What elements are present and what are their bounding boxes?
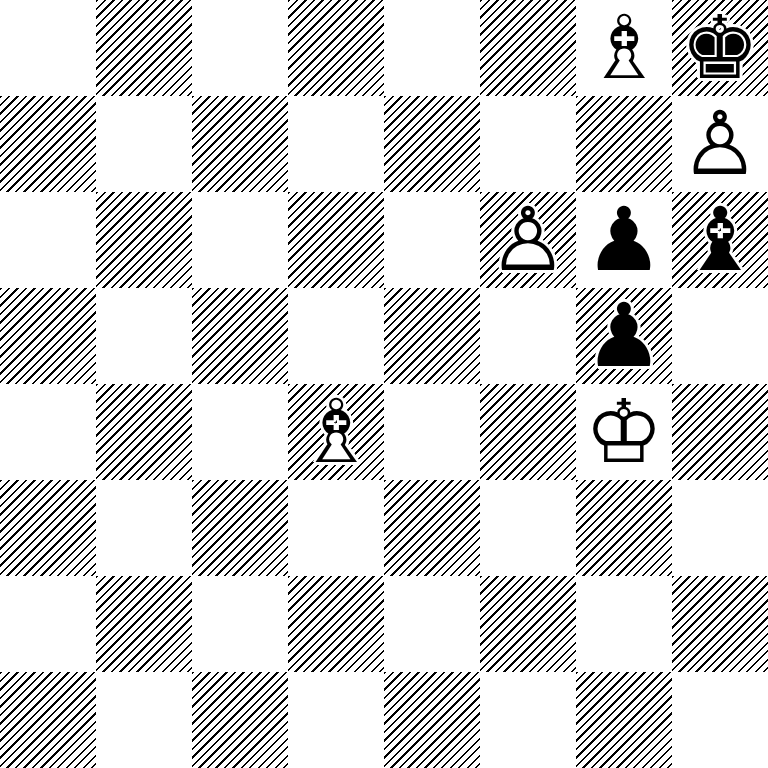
chess-board: ♝♗♚♚♟♙♟♙♟♟♝♝♟♟♝♗♚♔ bbox=[0, 0, 768, 768]
square-g8[interactable]: ♝♗ bbox=[576, 0, 672, 96]
piece-outline-layer: ♙ bbox=[480, 192, 576, 288]
square-e8[interactable] bbox=[384, 0, 480, 96]
square-a4[interactable] bbox=[0, 384, 96, 480]
piece-outline-layer: ♗ bbox=[576, 0, 672, 96]
square-h7[interactable]: ♟♙ bbox=[672, 96, 768, 192]
square-f8[interactable] bbox=[480, 0, 576, 96]
square-b6[interactable] bbox=[96, 192, 192, 288]
square-d6[interactable] bbox=[288, 192, 384, 288]
square-a5[interactable] bbox=[0, 288, 96, 384]
square-f3[interactable] bbox=[480, 480, 576, 576]
white-bishop[interactable]: ♝♗ bbox=[576, 0, 672, 96]
square-h4[interactable] bbox=[672, 384, 768, 480]
square-c3[interactable] bbox=[192, 480, 288, 576]
square-c2[interactable] bbox=[192, 576, 288, 672]
black-bishop[interactable]: ♝♝ bbox=[672, 192, 768, 288]
square-e3[interactable] bbox=[384, 480, 480, 576]
square-d7[interactable] bbox=[288, 96, 384, 192]
square-b4[interactable] bbox=[96, 384, 192, 480]
piece-outline-layer: ♝ bbox=[672, 192, 768, 288]
square-h6[interactable]: ♝♝ bbox=[672, 192, 768, 288]
piece-outline-layer: ♗ bbox=[288, 384, 384, 480]
square-e4[interactable] bbox=[384, 384, 480, 480]
square-d5[interactable] bbox=[288, 288, 384, 384]
square-c1[interactable] bbox=[192, 672, 288, 768]
square-c5[interactable] bbox=[192, 288, 288, 384]
square-h3[interactable] bbox=[672, 480, 768, 576]
square-f4[interactable] bbox=[480, 384, 576, 480]
square-b7[interactable] bbox=[96, 96, 192, 192]
square-c8[interactable] bbox=[192, 0, 288, 96]
piece-outline-layer: ♚ bbox=[672, 0, 768, 96]
white-king[interactable]: ♚♔ bbox=[576, 384, 672, 480]
square-a6[interactable] bbox=[0, 192, 96, 288]
square-a7[interactable] bbox=[0, 96, 96, 192]
square-b2[interactable] bbox=[96, 576, 192, 672]
black-king[interactable]: ♚♚ bbox=[672, 0, 768, 96]
square-h2[interactable] bbox=[672, 576, 768, 672]
square-a3[interactable] bbox=[0, 480, 96, 576]
square-b5[interactable] bbox=[96, 288, 192, 384]
black-pawn[interactable]: ♟♟ bbox=[576, 288, 672, 384]
square-f6[interactable]: ♟♙ bbox=[480, 192, 576, 288]
square-b1[interactable] bbox=[96, 672, 192, 768]
square-g4[interactable]: ♚♔ bbox=[576, 384, 672, 480]
square-a2[interactable] bbox=[0, 576, 96, 672]
square-g1[interactable] bbox=[576, 672, 672, 768]
square-c4[interactable] bbox=[192, 384, 288, 480]
square-h1[interactable] bbox=[672, 672, 768, 768]
square-d3[interactable] bbox=[288, 480, 384, 576]
square-d4[interactable]: ♝♗ bbox=[288, 384, 384, 480]
square-e7[interactable] bbox=[384, 96, 480, 192]
square-e2[interactable] bbox=[384, 576, 480, 672]
piece-outline-layer: ♟ bbox=[576, 288, 672, 384]
square-e6[interactable] bbox=[384, 192, 480, 288]
square-b8[interactable] bbox=[96, 0, 192, 96]
square-h5[interactable] bbox=[672, 288, 768, 384]
square-a8[interactable] bbox=[0, 0, 96, 96]
piece-outline-layer: ♔ bbox=[576, 384, 672, 480]
square-d8[interactable] bbox=[288, 0, 384, 96]
piece-outline-layer: ♙ bbox=[672, 96, 768, 192]
square-g2[interactable] bbox=[576, 576, 672, 672]
square-f7[interactable] bbox=[480, 96, 576, 192]
square-h8[interactable]: ♚♚ bbox=[672, 0, 768, 96]
square-g5[interactable]: ♟♟ bbox=[576, 288, 672, 384]
square-d1[interactable] bbox=[288, 672, 384, 768]
square-g6[interactable]: ♟♟ bbox=[576, 192, 672, 288]
black-pawn[interactable]: ♟♟ bbox=[576, 192, 672, 288]
square-d2[interactable] bbox=[288, 576, 384, 672]
square-f2[interactable] bbox=[480, 576, 576, 672]
square-c7[interactable] bbox=[192, 96, 288, 192]
white-pawn[interactable]: ♟♙ bbox=[480, 192, 576, 288]
white-bishop[interactable]: ♝♗ bbox=[288, 384, 384, 480]
square-b3[interactable] bbox=[96, 480, 192, 576]
square-f1[interactable] bbox=[480, 672, 576, 768]
piece-outline-layer: ♟ bbox=[576, 192, 672, 288]
square-e5[interactable] bbox=[384, 288, 480, 384]
white-pawn[interactable]: ♟♙ bbox=[672, 96, 768, 192]
square-g3[interactable] bbox=[576, 480, 672, 576]
square-a1[interactable] bbox=[0, 672, 96, 768]
square-f5[interactable] bbox=[480, 288, 576, 384]
square-c6[interactable] bbox=[192, 192, 288, 288]
square-e1[interactable] bbox=[384, 672, 480, 768]
square-g7[interactable] bbox=[576, 96, 672, 192]
